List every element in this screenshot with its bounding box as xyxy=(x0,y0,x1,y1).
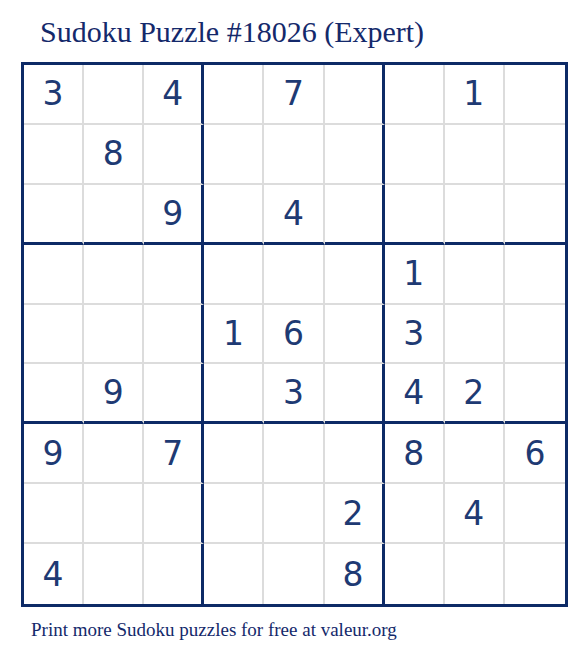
sudoku-cell-r5c4[interactable]: 1 xyxy=(204,305,264,365)
sudoku-cell-r3c5[interactable]: 4 xyxy=(264,185,324,245)
sudoku-cell-r2c2[interactable]: 8 xyxy=(84,125,144,185)
sudoku-cell-r5c7[interactable]: 3 xyxy=(385,305,445,365)
sudoku-cell-r1c1[interactable]: 3 xyxy=(24,65,84,125)
sudoku-cell-r3c8[interactable] xyxy=(445,185,505,245)
sudoku-cell-r7c2[interactable] xyxy=(84,424,144,484)
sudoku-cell-r5c3[interactable] xyxy=(144,305,204,365)
sudoku-cell-r8c9[interactable] xyxy=(505,484,565,544)
sudoku-cell-r2c7[interactable] xyxy=(385,125,445,185)
sudoku-cell-r6c2[interactable]: 9 xyxy=(84,364,144,424)
sudoku-cell-r4c7[interactable]: 1 xyxy=(385,245,445,305)
sudoku-cell-r5c6[interactable] xyxy=(325,305,385,365)
sudoku-cell-r7c7[interactable]: 8 xyxy=(385,424,445,484)
sudoku-cell-r3c1[interactable] xyxy=(24,185,84,245)
sudoku-cell-r3c6[interactable] xyxy=(325,185,385,245)
sudoku-cell-r8c6[interactable]: 2 xyxy=(325,484,385,544)
sudoku-cell-r2c3[interactable] xyxy=(144,125,204,185)
sudoku-cell-r9c2[interactable] xyxy=(84,544,144,604)
sudoku-cell-r9c4[interactable] xyxy=(204,544,264,604)
sudoku-cell-r1c8[interactable]: 1 xyxy=(445,65,505,125)
sudoku-cell-r6c9[interactable] xyxy=(505,364,565,424)
sudoku-cell-r6c6[interactable] xyxy=(325,364,385,424)
sudoku-cell-r5c5[interactable]: 6 xyxy=(264,305,324,365)
sudoku-cell-r7c4[interactable] xyxy=(204,424,264,484)
page-title: Sudoku Puzzle #18026 (Expert) xyxy=(0,0,580,49)
sudoku-cell-r6c8[interactable]: 2 xyxy=(445,364,505,424)
sudoku-cell-r6c5[interactable]: 3 xyxy=(264,364,324,424)
sudoku-page: Sudoku Puzzle #18026 (Expert) 3471894116… xyxy=(0,0,580,651)
sudoku-cell-r1c5[interactable]: 7 xyxy=(264,65,324,125)
sudoku-cell-r4c2[interactable] xyxy=(84,245,144,305)
sudoku-cell-r3c2[interactable] xyxy=(84,185,144,245)
sudoku-cell-r7c9[interactable]: 6 xyxy=(505,424,565,484)
sudoku-cell-r3c3[interactable]: 9 xyxy=(144,185,204,245)
sudoku-cell-r5c8[interactable] xyxy=(445,305,505,365)
sudoku-cell-r9c8[interactable] xyxy=(445,544,505,604)
sudoku-cell-r9c1[interactable]: 4 xyxy=(24,544,84,604)
sudoku-cell-r2c8[interactable] xyxy=(445,125,505,185)
sudoku-cell-r8c1[interactable] xyxy=(24,484,84,544)
sudoku-cell-r1c4[interactable] xyxy=(204,65,264,125)
sudoku-cell-r8c3[interactable] xyxy=(144,484,204,544)
sudoku-cell-r7c8[interactable] xyxy=(445,424,505,484)
sudoku-cell-r6c1[interactable] xyxy=(24,364,84,424)
sudoku-cell-r4c1[interactable] xyxy=(24,245,84,305)
sudoku-cell-r6c3[interactable] xyxy=(144,364,204,424)
sudoku-cell-r2c1[interactable] xyxy=(24,125,84,185)
sudoku-cell-r8c7[interactable] xyxy=(385,484,445,544)
sudoku-cell-r3c9[interactable] xyxy=(505,185,565,245)
sudoku-cell-r3c7[interactable] xyxy=(385,185,445,245)
sudoku-cell-r4c9[interactable] xyxy=(505,245,565,305)
sudoku-cell-r4c4[interactable] xyxy=(204,245,264,305)
sudoku-cell-r1c3[interactable]: 4 xyxy=(144,65,204,125)
sudoku-cell-r8c2[interactable] xyxy=(84,484,144,544)
sudoku-cell-r6c7[interactable]: 4 xyxy=(385,364,445,424)
sudoku-cell-r1c6[interactable] xyxy=(325,65,385,125)
sudoku-cell-r7c6[interactable] xyxy=(325,424,385,484)
sudoku-cell-r9c9[interactable] xyxy=(505,544,565,604)
sudoku-cell-r6c4[interactable] xyxy=(204,364,264,424)
sudoku-cell-r5c2[interactable] xyxy=(84,305,144,365)
sudoku-board: 34718941163934297862448 xyxy=(21,62,568,607)
sudoku-cell-r2c6[interactable] xyxy=(325,125,385,185)
sudoku-cell-r2c9[interactable] xyxy=(505,125,565,185)
sudoku-cell-r5c9[interactable] xyxy=(505,305,565,365)
footer-text: Print more Sudoku puzzles for free at va… xyxy=(31,619,580,641)
sudoku-cell-r8c5[interactable] xyxy=(264,484,324,544)
sudoku-cell-r4c8[interactable] xyxy=(445,245,505,305)
sudoku-cell-r4c5[interactable] xyxy=(264,245,324,305)
sudoku-cell-r7c1[interactable]: 9 xyxy=(24,424,84,484)
sudoku-cell-r9c3[interactable] xyxy=(144,544,204,604)
sudoku-cell-r9c5[interactable] xyxy=(264,544,324,604)
sudoku-cell-r3c4[interactable] xyxy=(204,185,264,245)
sudoku-cell-r7c5[interactable] xyxy=(264,424,324,484)
sudoku-cell-r9c7[interactable] xyxy=(385,544,445,604)
sudoku-cell-r4c3[interactable] xyxy=(144,245,204,305)
sudoku-cell-r8c8[interactable]: 4 xyxy=(445,484,505,544)
sudoku-cell-r2c5[interactable] xyxy=(264,125,324,185)
sudoku-cell-r4c6[interactable] xyxy=(325,245,385,305)
sudoku-cell-r9c6[interactable]: 8 xyxy=(325,544,385,604)
sudoku-cell-r7c3[interactable]: 7 xyxy=(144,424,204,484)
sudoku-cell-r1c7[interactable] xyxy=(385,65,445,125)
sudoku-cell-r2c4[interactable] xyxy=(204,125,264,185)
sudoku-cell-r5c1[interactable] xyxy=(24,305,84,365)
sudoku-cell-r1c9[interactable] xyxy=(505,65,565,125)
sudoku-cell-r1c2[interactable] xyxy=(84,65,144,125)
sudoku-cell-r8c4[interactable] xyxy=(204,484,264,544)
